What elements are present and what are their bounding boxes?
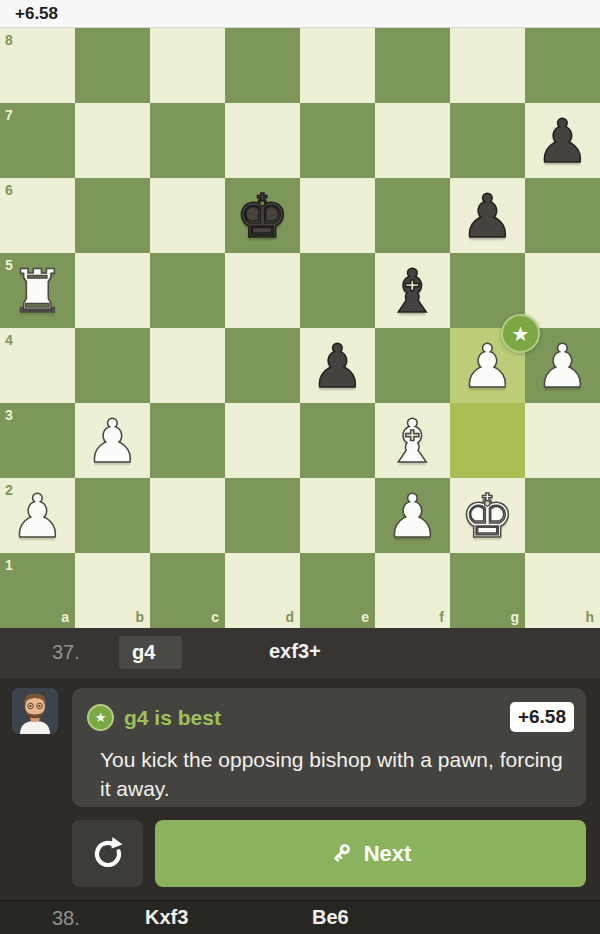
square-f7[interactable]	[375, 103, 450, 178]
refresh-icon	[90, 836, 126, 872]
square-a5[interactable]: 5♜	[0, 253, 75, 328]
best-move-headline: g4 is best	[124, 706, 221, 730]
square-d1[interactable]: d	[225, 553, 300, 628]
square-h3[interactable]	[525, 403, 600, 478]
black-move[interactable]: exf3+	[269, 640, 321, 663]
square-c8[interactable]	[150, 28, 225, 103]
next-move-row: 38. Kxf3 Be6	[0, 900, 600, 934]
evaluation-bar: +6.58	[0, 0, 600, 28]
file-label-g: g	[510, 609, 519, 625]
rank-label-6: 6	[5, 182, 13, 198]
rank-label-8: 8	[5, 32, 13, 48]
game-review-screen: +6.58 87♟6♚♟5♜♝4♟♟♟3♟♝2♟♟♚1abcdefgh ★ 37…	[0, 0, 600, 934]
square-a1[interactable]: 1a	[0, 553, 75, 628]
square-g8[interactable]	[450, 28, 525, 103]
square-d4[interactable]	[225, 328, 300, 403]
file-label-h: h	[585, 609, 594, 625]
piece-black-bishop[interactable]: ♝	[375, 253, 450, 328]
square-h6[interactable]	[525, 178, 600, 253]
square-a4[interactable]: 4	[0, 328, 75, 403]
piece-black-pawn[interactable]: ♟	[450, 178, 525, 253]
square-d2[interactable]	[225, 478, 300, 553]
square-g6[interactable]: ♟	[450, 178, 525, 253]
next-move-number: 38.	[52, 907, 80, 930]
square-a3[interactable]: 3	[0, 403, 75, 478]
piece-black-pawn[interactable]: ♟	[525, 103, 600, 178]
square-d7[interactable]	[225, 103, 300, 178]
square-f6[interactable]	[375, 178, 450, 253]
player-avatar	[12, 688, 58, 734]
square-e5[interactable]	[300, 253, 375, 328]
square-c5[interactable]	[150, 253, 225, 328]
square-b3[interactable]: ♟	[75, 403, 150, 478]
square-b5[interactable]	[75, 253, 150, 328]
star-icon: ★	[95, 710, 107, 725]
square-e4[interactable]: ♟	[300, 328, 375, 403]
square-b8[interactable]	[75, 28, 150, 103]
rank-label-3: 3	[5, 407, 13, 423]
piece-black-king[interactable]: ♚	[225, 178, 300, 253]
square-g7[interactable]	[450, 103, 525, 178]
square-d8[interactable]	[225, 28, 300, 103]
rank-label-4: 4	[5, 332, 13, 348]
avatar-image	[12, 688, 58, 734]
chess-board: 87♟6♚♟5♜♝4♟♟♟3♟♝2♟♟♚1abcdefgh ★	[0, 28, 600, 628]
square-d5[interactable]	[225, 253, 300, 328]
square-e6[interactable]	[300, 178, 375, 253]
square-c3[interactable]	[150, 403, 225, 478]
analysis-panel: ★ g4 is best +6.58 You kick the opposing…	[0, 678, 600, 934]
evaluation-badge: +6.58	[510, 702, 574, 732]
rank-label-1: 1	[5, 557, 13, 573]
square-a6[interactable]: 6	[0, 178, 75, 253]
square-b1[interactable]: b	[75, 553, 150, 628]
square-a2[interactable]: 2♟	[0, 478, 75, 553]
square-h1[interactable]: h	[525, 553, 600, 628]
piece-white-pawn[interactable]: ♟	[75, 403, 150, 478]
current-move-row: 37. g4 exf3+	[0, 628, 600, 678]
file-label-b: b	[135, 609, 144, 625]
square-b6[interactable]	[75, 178, 150, 253]
square-b7[interactable]	[75, 103, 150, 178]
square-c7[interactable]	[150, 103, 225, 178]
white-move-pill[interactable]: g4	[119, 636, 182, 669]
piece-black-pawn[interactable]: ♟	[300, 328, 375, 403]
square-e2[interactable]	[300, 478, 375, 553]
next-button[interactable]: Next	[155, 820, 586, 887]
file-label-d: d	[285, 609, 294, 625]
square-h5[interactable]	[525, 253, 600, 328]
best-move-star-badge: ★	[501, 314, 540, 353]
file-label-e: e	[361, 609, 369, 625]
square-c4[interactable]	[150, 328, 225, 403]
key-icon	[330, 842, 354, 866]
next-white-move[interactable]: Kxf3	[145, 906, 188, 929]
next-button-label: Next	[364, 841, 412, 867]
square-c6[interactable]	[150, 178, 225, 253]
square-c1[interactable]: c	[150, 553, 225, 628]
square-e1[interactable]: e	[300, 553, 375, 628]
square-f4[interactable]	[375, 328, 450, 403]
move-comment: You kick the opposing bishop with a pawn…	[100, 745, 568, 803]
square-f1[interactable]: f	[375, 553, 450, 628]
square-b4[interactable]	[75, 328, 150, 403]
square-d6[interactable]: ♚	[225, 178, 300, 253]
retry-button[interactable]	[72, 820, 143, 887]
square-d3[interactable]	[225, 403, 300, 478]
square-a7[interactable]: 7	[0, 103, 75, 178]
best-move-icon: ★	[87, 704, 114, 731]
square-b2[interactable]	[75, 478, 150, 553]
rank-label-7: 7	[5, 107, 13, 123]
square-g1[interactable]: g	[450, 553, 525, 628]
star-icon: ★	[512, 322, 530, 346]
square-c2[interactable]	[150, 478, 225, 553]
move-number: 37.	[52, 641, 80, 664]
square-g2[interactable]: ♚	[450, 478, 525, 553]
square-e8[interactable]	[300, 28, 375, 103]
square-h2[interactable]	[525, 478, 600, 553]
square-f3[interactable]: ♝	[375, 403, 450, 478]
piece-white-pawn[interactable]: ♟	[0, 478, 75, 553]
square-e7[interactable]	[300, 103, 375, 178]
piece-white-pawn[interactable]: ♟	[375, 478, 450, 553]
next-black-move[interactable]: Be6	[312, 906, 349, 929]
square-a8[interactable]: 8	[0, 28, 75, 103]
file-label-c: c	[211, 609, 219, 625]
square-f8[interactable]	[375, 28, 450, 103]
piece-white-king[interactable]: ♚	[450, 478, 525, 553]
square-h8[interactable]	[525, 28, 600, 103]
analysis-card-header: ★ g4 is best	[87, 704, 221, 731]
file-label-a: a	[61, 609, 69, 625]
square-f2[interactable]: ♟	[375, 478, 450, 553]
file-label-f: f	[439, 609, 444, 625]
square-h7[interactable]: ♟	[525, 103, 600, 178]
piece-white-bishop[interactable]: ♝	[375, 403, 450, 478]
square-g3[interactable]	[450, 403, 525, 478]
square-e3[interactable]	[300, 403, 375, 478]
piece-white-rook[interactable]: ♜	[0, 253, 75, 328]
evaluation-score: +6.58	[15, 4, 58, 24]
analysis-card: ★ g4 is best +6.58 You kick the opposing…	[72, 688, 586, 807]
square-f5[interactable]: ♝	[375, 253, 450, 328]
